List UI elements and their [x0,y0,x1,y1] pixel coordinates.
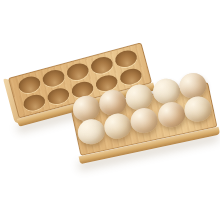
egg-pit [65,61,90,82]
egg-pit [17,74,42,95]
egg-pit [113,48,138,69]
egg-pit [46,85,71,106]
egg [151,77,182,106]
filled-egg-tray [71,82,218,156]
egg-pit [22,92,47,113]
scene: Two rectangular wooden egg trays on a wh… [0,0,220,220]
egg-pit [89,55,114,76]
egg-pit [41,68,66,89]
egg [97,88,128,117]
